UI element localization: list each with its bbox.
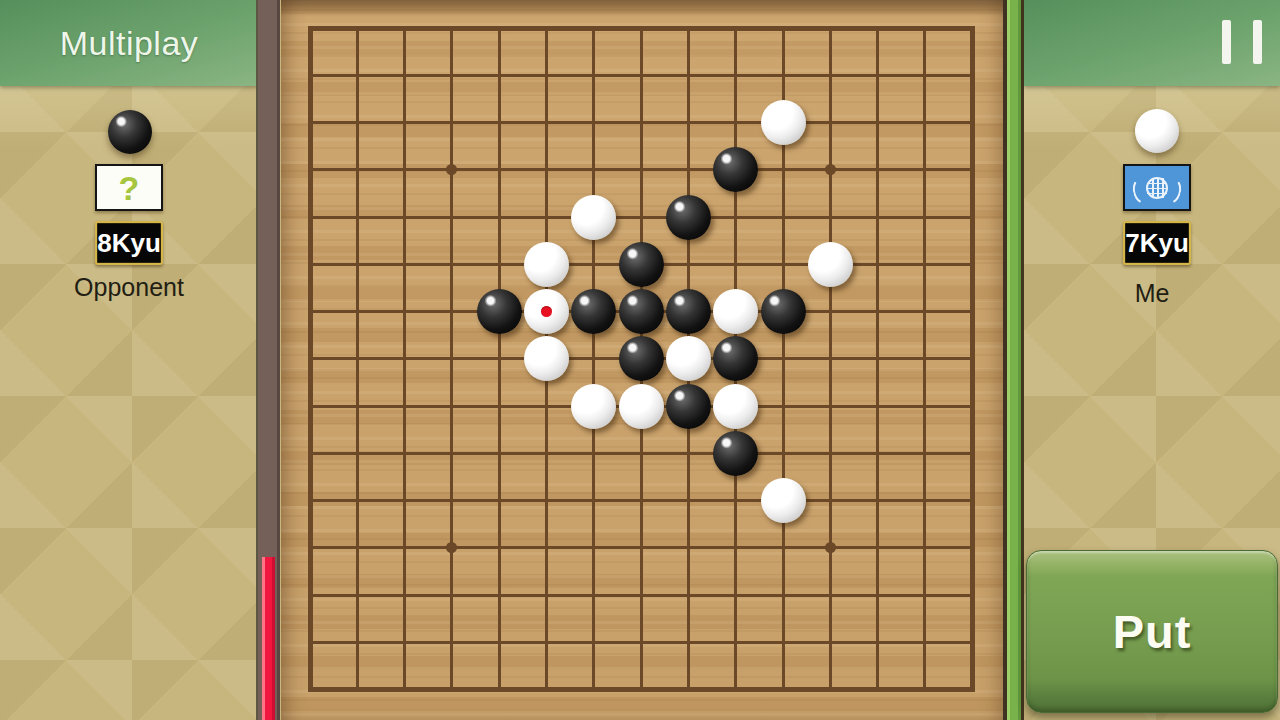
stone-black xyxy=(571,289,616,334)
stone-white xyxy=(761,478,806,523)
last-move-marker xyxy=(541,306,552,317)
stone-white xyxy=(808,242,853,287)
opponent-label: Opponent xyxy=(0,273,258,302)
grid-line xyxy=(308,546,975,549)
stone-black xyxy=(619,336,664,381)
stone-black xyxy=(619,242,664,287)
grid-line xyxy=(829,26,832,693)
pause-button[interactable] xyxy=(1222,20,1262,64)
right-header xyxy=(1024,0,1280,86)
stone-white xyxy=(713,289,758,334)
put-button-label: Put xyxy=(1113,604,1192,659)
pause-icon xyxy=(1253,20,1262,64)
grid-line xyxy=(308,452,975,455)
grid-line xyxy=(308,594,975,597)
stone-white xyxy=(571,195,616,240)
opponent-flag-unknown: ? xyxy=(95,164,163,211)
stone-black xyxy=(619,289,664,334)
my-label: Me xyxy=(1024,279,1280,308)
opponent-time-fill xyxy=(262,557,275,720)
star-point xyxy=(446,542,457,553)
stone-black xyxy=(666,195,711,240)
goban[interactable] xyxy=(281,0,1003,720)
my-time-fill xyxy=(1007,0,1021,720)
grid-line xyxy=(970,26,975,693)
grid-line xyxy=(308,641,975,644)
stone-white xyxy=(761,100,806,145)
stone-white xyxy=(571,384,616,429)
grid-line xyxy=(876,26,879,693)
stone-black xyxy=(477,289,522,334)
put-button[interactable]: Put xyxy=(1026,550,1278,713)
stone-black xyxy=(713,147,758,192)
game-screen: Multiplay ? 8Kyu Opponent 7Kyu Me xyxy=(0,0,1280,720)
opponent-black-stone-avatar xyxy=(108,110,152,154)
opponent-panel: Multiplay ? 8Kyu Opponent xyxy=(0,0,258,720)
stone-white xyxy=(524,242,569,287)
stone-black xyxy=(666,289,711,334)
stone-white xyxy=(619,384,664,429)
grid-line xyxy=(923,26,926,693)
stone-black xyxy=(713,336,758,381)
stone-white xyxy=(524,336,569,381)
stone-black xyxy=(713,431,758,476)
my-white-stone-avatar xyxy=(1135,109,1179,153)
my-rank-badge: 7Kyu xyxy=(1123,221,1191,265)
star-point xyxy=(825,164,836,175)
mode-title: Multiplay xyxy=(0,24,258,63)
opponent-time-gauge xyxy=(256,0,280,720)
grid-line xyxy=(308,687,975,692)
opponent-rank-badge: 8Kyu xyxy=(95,221,163,265)
left-header: Multiplay xyxy=(0,0,258,86)
my-time-gauge xyxy=(1003,0,1024,720)
pause-icon xyxy=(1222,20,1231,64)
stone-white xyxy=(713,384,758,429)
un-flag-icon xyxy=(1123,164,1191,211)
stone-white xyxy=(666,336,711,381)
stone-black xyxy=(761,289,806,334)
question-mark-icon: ? xyxy=(119,171,140,205)
grid-line xyxy=(308,499,975,502)
star-point xyxy=(825,542,836,553)
star-point xyxy=(446,164,457,175)
stone-black xyxy=(666,384,711,429)
